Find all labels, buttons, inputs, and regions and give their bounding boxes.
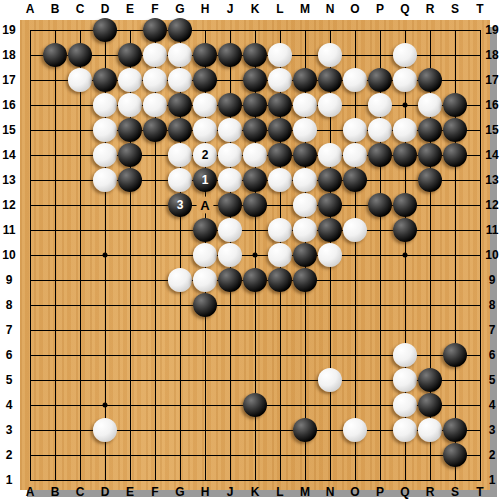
intersection-D12[interactable] [93,193,118,218]
white-stone-P16 [368,93,392,117]
intersection-F14[interactable] [143,143,168,168]
black-stone-P14 [368,143,392,167]
coord-label-top-M: M [300,3,310,15]
intersection-E19[interactable] [118,18,143,43]
intersection-K6[interactable] [243,343,268,368]
intersection-F10[interactable] [143,243,168,268]
coord-label-right-5: 5 [489,374,496,386]
intersection-B19[interactable] [43,18,68,43]
intersection-O16[interactable] [343,93,368,118]
intersection-J7[interactable] [218,318,243,343]
intersection-R7[interactable] [418,318,443,343]
intersection-O9[interactable] [343,268,368,293]
intersection-S12[interactable] [443,193,468,218]
intersection-F8[interactable] [143,293,168,318]
coord-label-bottom-O: O [350,486,359,498]
white-stone-J15 [218,118,242,142]
black-stone-K18 [243,43,267,67]
intersection-S10[interactable] [443,243,468,268]
white-stone-O3 [343,418,367,442]
intersection-D6[interactable] [93,343,118,368]
intersection-H3[interactable] [193,418,218,443]
white-stone-G18 [168,43,192,67]
intersection-M19[interactable] [293,18,318,43]
intersection-O12[interactable] [343,193,368,218]
intersection-A10[interactable] [18,243,43,268]
intersection-O5[interactable] [343,368,368,393]
intersection-C8[interactable] [68,293,93,318]
intersection-A11[interactable] [18,218,43,243]
intersection-R10[interactable] [418,243,443,268]
coord-label-left-8: 8 [6,299,13,311]
intersection-J5[interactable] [218,368,243,393]
black-stone-H8 [193,293,217,317]
intersection-C16[interactable] [68,93,93,118]
white-stone-N5 [318,368,342,392]
intersection-B10[interactable] [43,243,68,268]
black-stone-S6 [443,343,467,367]
coord-label-right-8: 8 [489,299,496,311]
intersection-J3[interactable] [218,418,243,443]
black-stone-G16 [168,93,192,117]
intersection-S11[interactable] [443,218,468,243]
intersection-B9[interactable] [43,268,68,293]
intersection-R18[interactable] [418,43,443,68]
intersection-R8[interactable] [418,293,443,318]
intersection-B11[interactable] [43,218,68,243]
intersection-A5[interactable] [18,368,43,393]
intersection-B2[interactable] [43,443,68,468]
intersection-L7[interactable] [268,318,293,343]
intersection-O8[interactable] [343,293,368,318]
intersection-R19[interactable] [418,18,443,43]
intersection-E9[interactable] [118,268,143,293]
intersection-J19[interactable] [218,18,243,43]
white-stone-D16 [93,93,117,117]
intersection-P7[interactable] [368,318,393,343]
intersection-L12[interactable] [268,193,293,218]
intersection-E7[interactable] [118,318,143,343]
coord-label-right-3: 3 [489,424,496,436]
black-stone-H17 [193,68,217,92]
intersection-R12[interactable] [418,193,443,218]
intersection-C6[interactable] [68,343,93,368]
white-stone-L11 [268,218,292,242]
white-stone-J14 [218,143,242,167]
intersection-C2[interactable] [68,443,93,468]
intersection-F7[interactable] [143,318,168,343]
coord-label-bottom-A: A [26,486,35,498]
intersection-F3[interactable] [143,418,168,443]
white-stone-D13 [93,168,117,192]
intersection-G3[interactable] [168,418,193,443]
move-number-2: 2 [202,149,209,161]
intersection-Q7[interactable] [393,318,418,343]
intersection-Q9[interactable] [393,268,418,293]
coord-label-bottom-J: J [227,486,234,498]
intersection-F4[interactable] [143,393,168,418]
black-stone-P17 [368,68,392,92]
intersection-K8[interactable] [243,293,268,318]
white-stone-D15 [93,118,117,142]
intersection-N6[interactable] [318,343,343,368]
intersection-C4[interactable] [68,393,93,418]
intersection-M7[interactable] [293,318,318,343]
coord-label-right-7: 7 [489,324,496,336]
intersection-C15[interactable] [68,118,93,143]
intersection-M8[interactable] [293,293,318,318]
intersection-B12[interactable] [43,193,68,218]
black-stone-F15 [143,118,167,142]
coord-label-top-S: S [451,3,459,15]
intersection-A9[interactable] [18,268,43,293]
intersection-R11[interactable] [418,218,443,243]
intersection-B13[interactable] [43,168,68,193]
intersection-P4[interactable] [368,393,393,418]
intersection-Q8[interactable] [393,293,418,318]
intersection-A14[interactable] [18,143,43,168]
intersection-L3[interactable] [268,418,293,443]
white-stone-G14 [168,143,192,167]
intersection-R6[interactable] [418,343,443,368]
intersection-G11[interactable] [168,218,193,243]
intersection-G8[interactable] [168,293,193,318]
intersection-D11[interactable] [93,218,118,243]
intersection-G6[interactable] [168,343,193,368]
intersection-O2[interactable] [343,443,368,468]
intersection-C9[interactable] [68,268,93,293]
intersection-A19[interactable] [18,18,43,43]
black-stone-P12 [368,193,392,217]
intersection-R9[interactable] [418,268,443,293]
intersection-M6[interactable] [293,343,318,368]
intersection-L4[interactable] [268,393,293,418]
intersection-G2[interactable] [168,443,193,468]
intersection-S4[interactable] [443,393,468,418]
intersection-O19[interactable] [343,18,368,43]
intersection-C5[interactable] [68,368,93,393]
intersection-N9[interactable] [318,268,343,293]
intersection-P18[interactable] [368,43,393,68]
intersection-P8[interactable] [368,293,393,318]
intersection-N4[interactable] [318,393,343,418]
coord-label-bottom-T: T [476,486,483,498]
coord-label-right-6: 6 [489,349,496,361]
black-stone-H13: 1 [193,168,217,192]
white-stone-F16 [143,93,167,117]
intersection-H7[interactable] [193,318,218,343]
black-stone-D17 [93,68,117,92]
coord-label-right-11: 11 [486,224,499,236]
intersection-A3[interactable] [18,418,43,443]
intersection-O7[interactable] [343,318,368,343]
black-stone-M17 [293,68,317,92]
intersection-A4[interactable] [18,393,43,418]
black-stone-O13 [343,168,367,192]
coord-label-left-14: 14 [2,149,15,161]
intersection-E10[interactable] [118,243,143,268]
intersection-M2[interactable] [293,443,318,468]
intersection-N15[interactable] [318,118,343,143]
intersection-M18[interactable] [293,43,318,68]
intersection-N8[interactable] [318,293,343,318]
intersection-Q10[interactable] [393,243,418,268]
white-stone-E17 [118,68,142,92]
white-stone-Q5 [393,368,417,392]
intersection-K3[interactable] [243,418,268,443]
intersection-C11[interactable] [68,218,93,243]
white-stone-N10 [318,243,342,267]
black-stone-R17 [418,68,442,92]
intersection-J4[interactable] [218,393,243,418]
intersection-S8[interactable] [443,293,468,318]
intersection-L5[interactable] [268,368,293,393]
black-stone-N13 [318,168,342,192]
white-stone-N14 [318,143,342,167]
coord-label-left-4: 4 [6,399,13,411]
coord-label-left-17: 17 [2,74,15,86]
intersection-L6[interactable] [268,343,293,368]
intersection-Q2[interactable] [393,443,418,468]
intersection-N3[interactable] [318,418,343,443]
intersection-G4[interactable] [168,393,193,418]
black-stone-S3 [443,418,467,442]
intersection-D10[interactable] [93,243,118,268]
coord-label-right-2: 2 [489,449,496,461]
intersection-C3[interactable] [68,418,93,443]
intersection-D9[interactable] [93,268,118,293]
coord-label-left-13: 13 [2,174,15,186]
black-stone-S15 [443,118,467,142]
coord-label-right-10: 10 [485,249,498,261]
intersection-F12[interactable] [143,193,168,218]
black-stone-F19 [143,18,167,42]
black-stone-E15 [118,118,142,142]
coord-label-left-15: 15 [2,124,15,136]
intersection-Q16[interactable] [393,93,418,118]
intersection-S9[interactable] [443,268,468,293]
intersection-S17[interactable] [443,68,468,93]
white-stone-N18 [318,43,342,67]
intersection-M5[interactable] [293,368,318,393]
intersection-C7[interactable] [68,318,93,343]
intersection-B16[interactable] [43,93,68,118]
intersection-C19[interactable] [68,18,93,43]
white-stone-N16 [318,93,342,117]
intersection-D5[interactable] [93,368,118,393]
intersection-F5[interactable] [143,368,168,393]
intersection-F9[interactable] [143,268,168,293]
white-stone-Q3 [393,418,417,442]
intersection-R2[interactable] [418,443,443,468]
intersection-O18[interactable] [343,43,368,68]
white-stone-O15 [343,118,367,142]
intersection-K11[interactable] [243,218,268,243]
intersection-F6[interactable] [143,343,168,368]
coord-label-top-C: C [76,3,85,15]
intersection-A17[interactable] [18,68,43,93]
coord-label-left-9: 9 [6,274,13,286]
white-stone-H16 [193,93,217,117]
white-stone-E16 [118,93,142,117]
intersection-E6[interactable] [118,343,143,368]
coord-label-left-10: 10 [2,249,15,261]
white-stone-G13 [168,168,192,192]
coord-label-bottom-G: G [175,486,184,498]
intersection-J6[interactable] [218,343,243,368]
coord-label-left-16: 16 [2,99,15,111]
intersection-E5[interactable] [118,368,143,393]
intersection-P6[interactable] [368,343,393,368]
black-stone-L9 [268,268,292,292]
intersection-A15[interactable] [18,118,43,143]
coord-label-left-12: 12 [2,199,15,211]
intersection-N2[interactable] [318,443,343,468]
intersection-E12[interactable] [118,193,143,218]
intersection-L2[interactable] [268,443,293,468]
intersection-D2[interactable] [93,443,118,468]
intersection-H2[interactable] [193,443,218,468]
intersection-B15[interactable] [43,118,68,143]
intersection-B3[interactable] [43,418,68,443]
intersection-C10[interactable] [68,243,93,268]
intersection-J8[interactable] [218,293,243,318]
intersection-K7[interactable] [243,318,268,343]
intersection-G10[interactable] [168,243,193,268]
intersection-C12[interactable] [68,193,93,218]
intersection-H4[interactable] [193,393,218,418]
white-stone-O11 [343,218,367,242]
intersection-L19[interactable] [268,18,293,43]
white-stone-L13 [268,168,292,192]
intersection-D18[interactable] [93,43,118,68]
intersection-B17[interactable] [43,68,68,93]
intersection-P2[interactable] [368,443,393,468]
black-stone-K17 [243,68,267,92]
black-stone-E14 [118,143,142,167]
coord-label-top-P: P [376,3,384,15]
coord-label-top-O: O [350,3,359,15]
intersection-N7[interactable] [318,318,343,343]
intersection-D8[interactable] [93,293,118,318]
intersection-A7[interactable] [18,318,43,343]
intersection-A2[interactable] [18,443,43,468]
intersection-A12[interactable] [18,193,43,218]
coord-label-bottom-M: M [300,486,310,498]
coord-label-top-A: A [26,3,35,15]
intersection-B7[interactable] [43,318,68,343]
intersection-O4[interactable] [343,393,368,418]
white-stone-Q4 [393,393,417,417]
intersection-S19[interactable] [443,18,468,43]
intersection-P11[interactable] [368,218,393,243]
coord-label-right-17: 17 [485,74,498,86]
intersection-K2[interactable] [243,443,268,468]
intersection-F13[interactable] [143,168,168,193]
intersection-O10[interactable] [343,243,368,268]
black-stone-R5 [418,368,442,392]
intersection-E3[interactable] [118,418,143,443]
black-stone-S14 [443,143,467,167]
black-stone-L14 [268,143,292,167]
intersection-K10[interactable] [243,243,268,268]
white-stone-R3 [418,418,442,442]
intersection-N19[interactable] [318,18,343,43]
black-stone-M9 [293,268,317,292]
intersection-S7[interactable] [443,318,468,343]
intersection-E2[interactable] [118,443,143,468]
annotation-A-H12: A [197,197,214,214]
white-stone-O17 [343,68,367,92]
white-stone-P15 [368,118,392,142]
intersection-S18[interactable] [443,43,468,68]
intersection-A18[interactable] [18,43,43,68]
intersection-H5[interactable] [193,368,218,393]
black-stone-R4 [418,393,442,417]
intersection-L8[interactable] [268,293,293,318]
intersection-J2[interactable] [218,443,243,468]
intersection-P3[interactable] [368,418,393,443]
intersection-A6[interactable] [18,343,43,368]
intersection-B6[interactable] [43,343,68,368]
black-stone-N12 [318,193,342,217]
intersection-A8[interactable] [18,293,43,318]
intersection-C13[interactable] [68,168,93,193]
intersection-H6[interactable] [193,343,218,368]
coord-label-top-J: J [227,3,234,15]
intersection-P5[interactable] [368,368,393,393]
coord-label-top-T: T [476,3,483,15]
intersection-G5[interactable] [168,368,193,393]
intersection-F2[interactable] [143,443,168,468]
black-stone-R14 [418,143,442,167]
intersection-A16[interactable] [18,93,43,118]
intersection-P9[interactable] [368,268,393,293]
intersection-H19[interactable] [193,18,218,43]
intersection-A13[interactable] [18,168,43,193]
intersection-S13[interactable] [443,168,468,193]
intersection-B4[interactable] [43,393,68,418]
intersection-P19[interactable] [368,18,393,43]
coord-label-left-2: 2 [6,449,13,461]
white-stone-K14 [243,143,267,167]
intersection-Q19[interactable] [393,18,418,43]
intersection-K19[interactable] [243,18,268,43]
intersection-D4[interactable] [93,393,118,418]
intersection-P13[interactable] [368,168,393,193]
coord-label-top-R: R [426,3,435,15]
intersection-C14[interactable] [68,143,93,168]
intersection-E4[interactable] [118,393,143,418]
intersection-P10[interactable] [368,243,393,268]
intersection-Q13[interactable] [393,168,418,193]
intersection-B5[interactable] [43,368,68,393]
intersection-O6[interactable] [343,343,368,368]
intersection-J17[interactable] [218,68,243,93]
intersection-M4[interactable] [293,393,318,418]
intersection-E11[interactable] [118,218,143,243]
intersection-D7[interactable] [93,318,118,343]
intersection-F11[interactable] [143,218,168,243]
coord-label-bottom-P: P [376,486,384,498]
intersection-E8[interactable] [118,293,143,318]
intersection-S5[interactable] [443,368,468,393]
intersection-G7[interactable] [168,318,193,343]
intersection-K5[interactable] [243,368,268,393]
coord-label-top-G: G [175,3,184,15]
intersection-B14[interactable] [43,143,68,168]
intersection-B8[interactable] [43,293,68,318]
